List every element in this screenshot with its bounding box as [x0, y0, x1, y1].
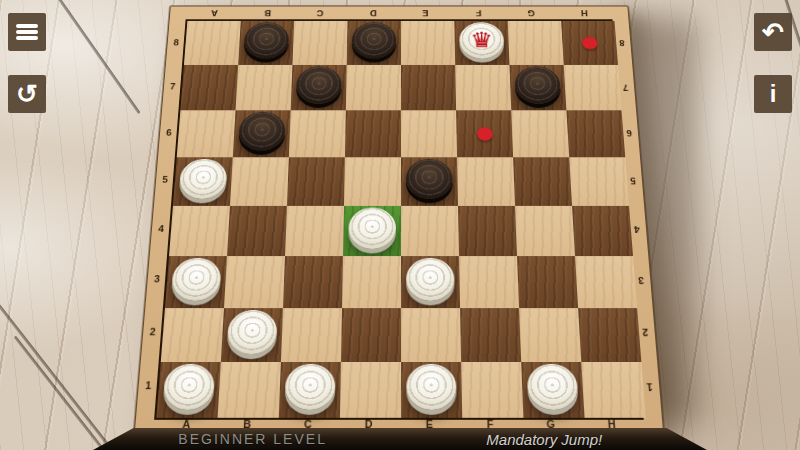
square-C8[interactable] [292, 21, 347, 65]
square-F8[interactable]: ♛ [454, 21, 509, 65]
white-man-E1[interactable] [406, 364, 456, 410]
coord-label-2: 2 [635, 305, 656, 358]
square-G7[interactable] [509, 65, 566, 110]
square-E1[interactable] [401, 362, 462, 418]
black-man-B8[interactable] [243, 22, 289, 58]
white-man-C1[interactable] [284, 364, 335, 410]
square-D5[interactable] [344, 157, 401, 206]
board-front-panel: BEGINNER LEVEL Mandatory Jump! [93, 428, 707, 450]
coord-label-A: A [187, 7, 241, 19]
square-C4[interactable] [285, 206, 344, 256]
coord-label-4: 4 [627, 204, 647, 254]
square-E4[interactable] [401, 206, 459, 256]
square-B4[interactable] [227, 206, 287, 256]
coord-label-5: 5 [623, 156, 643, 204]
board-grid: ♛ [154, 19, 644, 419]
info-icon: i [770, 82, 777, 106]
board-frame: ABCDEFGH ABCDEFGH 87654321 87654321 ♛ [134, 6, 665, 434]
square-F4[interactable] [458, 206, 517, 256]
black-man-D8[interactable] [352, 22, 397, 58]
black-man-E5[interactable] [406, 159, 453, 199]
square-H5[interactable] [569, 157, 629, 206]
square-E8[interactable] [401, 21, 455, 65]
square-D1[interactable] [340, 362, 401, 418]
square-B6[interactable] [233, 110, 291, 157]
checkers-board: ABCDEFGH ABCDEFGH 87654321 87654321 ♛ [133, 6, 666, 436]
square-B1[interactable] [218, 362, 281, 418]
square-G5[interactable] [513, 157, 572, 206]
coord-label-C: C [293, 7, 346, 19]
square-F6[interactable] [456, 110, 513, 157]
coord-label-1: 1 [639, 359, 660, 414]
square-G2[interactable] [519, 308, 581, 362]
square-E5[interactable] [401, 157, 458, 206]
square-H7[interactable] [564, 65, 622, 110]
level-label: BEGINNER LEVEL [178, 431, 327, 447]
square-H6[interactable] [566, 110, 625, 157]
black-man-G7[interactable] [514, 66, 561, 103]
coord-label-6: 6 [620, 110, 639, 157]
square-C7[interactable] [291, 65, 347, 110]
undo-icon: ↶ [762, 19, 784, 45]
square-B7[interactable] [236, 65, 293, 110]
file-labels-top: ABCDEFGH [187, 7, 610, 19]
floor-shadow-line [0, 304, 123, 450]
square-E7[interactable] [401, 65, 456, 110]
status-message: Mandatory Jump! [486, 431, 602, 448]
coord-label-G: G [504, 7, 557, 19]
square-E2[interactable] [401, 308, 461, 362]
square-D4[interactable] [343, 206, 401, 256]
menu-button[interactable] [8, 13, 46, 51]
square-E6[interactable] [401, 110, 457, 157]
square-G6[interactable] [511, 110, 569, 157]
coord-label-H: H [557, 7, 611, 19]
king-crown-icon: ♛ [459, 22, 504, 58]
square-D7[interactable] [346, 65, 401, 110]
square-G1[interactable] [521, 362, 584, 418]
white-man-A5[interactable] [178, 159, 227, 199]
square-D2[interactable] [341, 308, 401, 362]
coord-label-B: B [240, 7, 293, 19]
white-man-E3[interactable] [406, 258, 455, 301]
square-D8[interactable] [347, 21, 401, 65]
square-G8[interactable] [508, 21, 564, 65]
white-man-B2[interactable] [227, 310, 278, 354]
square-A2[interactable] [161, 308, 224, 362]
hamburger-menu-icon [16, 24, 38, 40]
black-man-C7[interactable] [296, 66, 342, 103]
coord-label-3: 3 [631, 254, 652, 305]
square-F3[interactable] [459, 256, 519, 308]
restart-icon: ↺ [16, 81, 38, 107]
square-A1[interactable] [156, 362, 220, 418]
square-A8[interactable] [184, 21, 241, 65]
square-B3[interactable] [224, 256, 285, 308]
info-button[interactable]: i [754, 75, 792, 113]
coord-label-8: 8 [613, 21, 632, 65]
square-B8[interactable] [238, 21, 294, 65]
square-G4[interactable] [515, 206, 575, 256]
square-H8[interactable] [561, 21, 618, 65]
square-E3[interactable] [401, 256, 460, 308]
square-C2[interactable] [281, 308, 342, 362]
square-B2[interactable] [221, 308, 283, 362]
undo-button[interactable]: ↶ [754, 13, 792, 51]
white-man-A3[interactable] [171, 258, 222, 301]
white-man-D4[interactable] [348, 208, 396, 249]
move-dot-F6[interactable] [476, 127, 492, 140]
square-A7[interactable] [180, 65, 238, 110]
square-D3[interactable] [342, 256, 401, 308]
black-man-B6[interactable] [238, 112, 286, 151]
square-B5[interactable] [230, 157, 289, 206]
square-C6[interactable] [289, 110, 346, 157]
coord-label-D: D [346, 7, 399, 19]
white-king-F8[interactable]: ♛ [459, 22, 504, 58]
square-F2[interactable] [460, 308, 521, 362]
square-A5[interactable] [173, 157, 233, 206]
square-A3[interactable] [165, 256, 227, 308]
square-C1[interactable] [279, 362, 341, 418]
restart-button[interactable]: ↺ [8, 75, 46, 113]
square-C5[interactable] [287, 157, 345, 206]
square-A4[interactable] [169, 206, 230, 256]
square-C3[interactable] [283, 256, 343, 308]
square-F1[interactable] [461, 362, 523, 418]
move-dot-H8[interactable] [581, 37, 597, 49]
square-H4[interactable] [572, 206, 633, 256]
square-A6[interactable] [177, 110, 236, 157]
square-F5[interactable] [457, 157, 515, 206]
coord-label-E: E [399, 7, 452, 19]
game-scene: ABCDEFGH ABCDEFGH 87654321 87654321 ♛ BE… [0, 0, 800, 450]
white-man-A1[interactable] [162, 364, 215, 410]
coord-label-7: 7 [616, 64, 635, 109]
square-H3[interactable] [575, 256, 637, 308]
square-G3[interactable] [517, 256, 578, 308]
square-F7[interactable] [455, 65, 511, 110]
square-H2[interactable] [578, 308, 641, 362]
coord-label-F: F [452, 7, 505, 19]
square-H1[interactable] [581, 362, 645, 418]
square-D6[interactable] [345, 110, 401, 157]
white-man-G1[interactable] [527, 364, 579, 410]
